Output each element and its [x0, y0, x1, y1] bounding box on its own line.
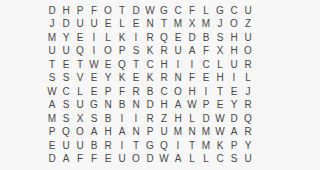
grid-cell-r11c9[interactable]: Q [157, 139, 171, 153]
grid-cell-r6c14[interactable]: I [227, 72, 241, 86]
grid-cell-r7c13[interactable]: T [213, 85, 227, 99]
grid-cell-r9c6[interactable]: I [115, 112, 129, 126]
grid-cell-r8c8[interactable]: D [143, 99, 157, 113]
grid-cell-r12c10[interactable]: A [171, 153, 185, 167]
grid-cell-r12c15[interactable]: U [241, 153, 255, 167]
grid-cell-r4c9[interactable]: R [157, 45, 171, 59]
grid-cell-r1c10[interactable]: C [171, 4, 185, 18]
grid-cell-r4c15[interactable]: O [241, 45, 255, 59]
grid-cell-r1c12[interactable]: L [199, 4, 213, 18]
grid-cell-r10c7[interactable]: N [129, 126, 143, 140]
grid-cell-r6c7[interactable]: E [129, 72, 143, 86]
grid-cell-r8c15[interactable]: R [241, 99, 255, 113]
grid-cell-r6c11[interactable]: F [185, 72, 199, 86]
grid-cell-r6c5[interactable]: Y [101, 72, 115, 86]
grid-cell-r1c15[interactable]: U [241, 4, 255, 18]
grid-cell-r2c12[interactable]: M [199, 18, 213, 32]
grid-cell-r12c9[interactable]: W [157, 153, 171, 167]
grid-cell-r8c2[interactable]: S [59, 99, 73, 113]
grid-cell-r10c14[interactable]: A [227, 126, 241, 140]
grid-cell-r4c5[interactable]: O [101, 45, 115, 59]
grid-cell-r7c12[interactable]: I [199, 85, 213, 99]
grid-cell-r6c2[interactable]: S [59, 72, 73, 86]
grid-cell-r12c7[interactable]: O [129, 153, 143, 167]
grid-cell-r2c7[interactable]: E [129, 18, 143, 32]
grid-cell-r7c1[interactable]: W [45, 85, 59, 99]
grid-cell-r2c5[interactable]: E [101, 18, 115, 32]
grid-cell-r7c9[interactable]: C [157, 85, 171, 99]
grid-cell-r4c13[interactable]: X [213, 45, 227, 59]
grid-cell-r6c1[interactable]: S [45, 72, 59, 86]
grid-cell-r10c9[interactable]: U [157, 126, 171, 140]
grid-cell-r10c1[interactable]: P [45, 126, 59, 140]
grid-cell-r5c11[interactable]: I [185, 58, 199, 72]
grid-cell-r5c7[interactable]: T [129, 58, 143, 72]
grid-cell-r8c7[interactable]: N [129, 99, 143, 113]
grid-cell-r8c13[interactable]: E [213, 99, 227, 113]
word-search-board: DHPFOTDWGCFLGCUJDUUELENTMXMJOZMYEILKIRQE… [45, 4, 255, 166]
grid-cell-r5c10[interactable]: I [171, 58, 185, 72]
grid-cell-r6c3[interactable]: V [73, 72, 87, 86]
grid-cell-r1c6[interactable]: T [115, 4, 129, 18]
grid-cell-r9c1[interactable]: M [45, 112, 59, 126]
grid-cell-r5c4[interactable]: W [87, 58, 101, 72]
grid-cell-r9c12[interactable]: D [199, 112, 213, 126]
grid-cell-r10c13[interactable]: W [213, 126, 227, 140]
grid-cell-r12c4[interactable]: F [87, 153, 101, 167]
grid-cell-r6c13[interactable]: H [213, 72, 227, 86]
grid-cell-r1c11[interactable]: F [185, 4, 199, 18]
grid-cell-r6c10[interactable]: N [171, 72, 185, 86]
grid-cell-r10c12[interactable]: M [199, 126, 213, 140]
grid-cell-r6c12[interactable]: E [199, 72, 213, 86]
grid-cell-r3c9[interactable]: Q [157, 31, 171, 45]
grid-cell-r11c6[interactable]: I [115, 139, 129, 153]
grid-cell-r7c2[interactable]: C [59, 85, 73, 99]
grid-cell-r4c10[interactable]: U [171, 45, 185, 59]
grid-cell-r3c7[interactable]: I [129, 31, 143, 45]
grid-cell-r12c11[interactable]: L [185, 153, 199, 167]
grid-cell-r4c11[interactable]: A [185, 45, 199, 59]
grid-cell-r2c6[interactable]: L [115, 18, 129, 32]
grid-cell-r8c1[interactable]: A [45, 99, 59, 113]
grid-cell-r2c11[interactable]: X [185, 18, 199, 32]
grid-cell-r4c6[interactable]: P [115, 45, 129, 59]
grid-cell-r5c13[interactable]: L [213, 58, 227, 72]
grid-cell-r5c6[interactable]: Q [115, 58, 129, 72]
grid-cell-r8c3[interactable]: U [73, 99, 87, 113]
grid-cell-r6c6[interactable]: K [115, 72, 129, 86]
grid-cell-r5c2[interactable]: E [59, 58, 73, 72]
grid-cell-r1c1[interactable]: D [45, 4, 59, 18]
grid-cell-r6c9[interactable]: R [157, 72, 171, 86]
grid-cell-r3c13[interactable]: S [213, 31, 227, 45]
grid-cell-r3c10[interactable]: E [171, 31, 185, 45]
grid-cell-r7c6[interactable]: F [115, 85, 129, 99]
grid-cell-r9c8[interactable]: R [143, 112, 157, 126]
grid-cell-r9c13[interactable]: W [213, 112, 227, 126]
grid-cell-r9c15[interactable]: Q [241, 112, 255, 126]
grid-cell-r2c9[interactable]: T [157, 18, 171, 32]
grid-cell-r10c5[interactable]: H [101, 126, 115, 140]
grid-cell-r2c15[interactable]: Z [241, 18, 255, 32]
grid-cell-r9c11[interactable]: L [185, 112, 199, 126]
grid-cell-r5c14[interactable]: U [227, 58, 241, 72]
grid-cell-r4c14[interactable]: H [227, 45, 241, 59]
grid-cell-r12c6[interactable]: U [115, 153, 129, 167]
grid-cell-r7c7[interactable]: R [129, 85, 143, 99]
grid-cell-r1c9[interactable]: G [157, 4, 171, 18]
grid-cell-r2c1[interactable]: J [45, 18, 59, 32]
grid-cell-r3c8[interactable]: R [143, 31, 157, 45]
grid-cell-r10c6[interactable]: A [115, 126, 129, 140]
grid-cell-r2c2[interactable]: D [59, 18, 73, 32]
grid-cell-r10c3[interactable]: O [73, 126, 87, 140]
grid-cell-r5c12[interactable]: C [199, 58, 213, 72]
grid-cell-r5c9[interactable]: H [157, 58, 171, 72]
grid-cell-r10c8[interactable]: P [143, 126, 157, 140]
grid-cell-r10c10[interactable]: M [171, 126, 185, 140]
grid-cell-r3c15[interactable]: U [241, 31, 255, 45]
grid-cell-r9c3[interactable]: X [73, 112, 87, 126]
grid-cell-r10c15[interactable]: R [241, 126, 255, 140]
grid-cell-r10c11[interactable]: N [185, 126, 199, 140]
grid-cell-r2c3[interactable]: U [73, 18, 87, 32]
grid-cell-r12c14[interactable]: S [227, 153, 241, 167]
grid-cell-r4c7[interactable]: S [129, 45, 143, 59]
grid-cell-r7c14[interactable]: E [227, 85, 241, 99]
grid-cell-r9c10[interactable]: H [171, 112, 185, 126]
grid-cell-r12c8[interactable]: D [143, 153, 157, 167]
grid-cell-r4c2[interactable]: U [59, 45, 73, 59]
grid-cell-r3c2[interactable]: Y [59, 31, 73, 45]
grid-cell-r7c11[interactable]: H [185, 85, 199, 99]
grid-cell-r1c7[interactable]: D [129, 4, 143, 18]
grid-cell-r11c3[interactable]: U [73, 139, 87, 153]
grid-cell-r2c14[interactable]: O [227, 18, 241, 32]
grid-cell-r8c6[interactable]: B [115, 99, 129, 113]
grid-cell-r6c4[interactable]: E [87, 72, 101, 86]
grid-cell-r1c8[interactable]: W [143, 4, 157, 18]
grid-cell-r8c10[interactable]: A [171, 99, 185, 113]
grid-cell-r4c12[interactable]: F [199, 45, 213, 59]
grid-cell-r11c11[interactable]: T [185, 139, 199, 153]
grid-cell-r4c4[interactable]: I [87, 45, 101, 59]
grid-cell-r3c4[interactable]: I [87, 31, 101, 45]
grid-cell-r6c15[interactable]: L [241, 72, 255, 86]
grid-cell-r3c11[interactable]: D [185, 31, 199, 45]
grid-cell-r9c9[interactable]: Z [157, 112, 171, 126]
grid-cell-r11c7[interactable]: T [129, 139, 143, 153]
grid-cell-r7c4[interactable]: E [87, 85, 101, 99]
grid-cell-r11c10[interactable]: I [171, 139, 185, 153]
grid-cell-r3c6[interactable]: K [115, 31, 129, 45]
grid-cell-r4c1[interactable]: U [45, 45, 59, 59]
grid-cell-r11c15[interactable]: Y [241, 139, 255, 153]
grid-cell-r5c3[interactable]: T [73, 58, 87, 72]
grid-cell-r7c5[interactable]: P [101, 85, 115, 99]
grid-cell-r8c12[interactable]: P [199, 99, 213, 113]
grid-cell-r1c5[interactable]: O [101, 4, 115, 18]
grid-cell-r5c5[interactable]: E [101, 58, 115, 72]
grid-cell-r4c3[interactable]: Q [73, 45, 87, 59]
grid-cell-r2c13[interactable]: J [213, 18, 227, 32]
grid-cell-r12c12[interactable]: L [199, 153, 213, 167]
grid-cell-r12c5[interactable]: E [101, 153, 115, 167]
grid-cell-r11c8[interactable]: G [143, 139, 157, 153]
grid-cell-r12c13[interactable]: C [213, 153, 227, 167]
grid-cell-r8c14[interactable]: Y [227, 99, 241, 113]
grid-cell-r12c3[interactable]: F [73, 153, 87, 167]
grid-cell-r11c12[interactable]: M [199, 139, 213, 153]
grid-cell-r11c13[interactable]: K [213, 139, 227, 153]
grid-cell-r4c8[interactable]: K [143, 45, 157, 59]
grid-cell-r5c15[interactable]: R [241, 58, 255, 72]
grid-cell-r3c14[interactable]: H [227, 31, 241, 45]
grid-cell-r8c9[interactable]: H [157, 99, 171, 113]
grid-cell-r9c4[interactable]: S [87, 112, 101, 126]
grid-cell-r11c1[interactable]: E [45, 139, 59, 153]
grid-cell-r5c1[interactable]: T [45, 58, 59, 72]
grid-cell-r9c7[interactable]: I [129, 112, 143, 126]
grid-cell-r11c14[interactable]: P [227, 139, 241, 153]
grid-cell-r1c13[interactable]: G [213, 4, 227, 18]
grid-cell-r7c15[interactable]: J [241, 85, 255, 99]
grid-cell-r8c4[interactable]: G [87, 99, 101, 113]
grid-cell-r1c4[interactable]: F [87, 4, 101, 18]
grid-cell-r8c5[interactable]: N [101, 99, 115, 113]
grid-cell-r3c12[interactable]: B [199, 31, 213, 45]
grid-cell-r1c2[interactable]: H [59, 4, 73, 18]
grid-cell-r6c8[interactable]: K [143, 72, 157, 86]
grid-cell-r3c3[interactable]: E [73, 31, 87, 45]
grid-cell-r7c10[interactable]: O [171, 85, 185, 99]
grid-cell-r2c10[interactable]: M [171, 18, 185, 32]
grid-cell-r3c1[interactable]: M [45, 31, 59, 45]
grid-cell-r10c4[interactable]: A [87, 126, 101, 140]
grid-cell-r2c4[interactable]: U [87, 18, 101, 32]
grid-cell-r5c8[interactable]: C [143, 58, 157, 72]
grid-cell-r7c3[interactable]: L [73, 85, 87, 99]
grid-cell-r1c14[interactable]: C [227, 4, 241, 18]
grid-cell-r12c2[interactable]: A [59, 153, 73, 167]
grid-cell-r3c5[interactable]: L [101, 31, 115, 45]
grid-cell-r8c11[interactable]: W [185, 99, 199, 113]
grid-cell-r9c5[interactable]: B [101, 112, 115, 126]
grid-cell-r11c5[interactable]: R [101, 139, 115, 153]
grid-cell-r9c2[interactable]: S [59, 112, 73, 126]
grid-cell-r11c2[interactable]: U [59, 139, 73, 153]
grid-cell-r10c2[interactable]: Q [59, 126, 73, 140]
grid-cell-r11c4[interactable]: B [87, 139, 101, 153]
grid-cell-r12c1[interactable]: D [45, 153, 59, 167]
grid-cell-r1c3[interactable]: P [73, 4, 87, 18]
grid-cell-r7c8[interactable]: B [143, 85, 157, 99]
grid-cell-r2c8[interactable]: N [143, 18, 157, 32]
grid-cell-r9c14[interactable]: D [227, 112, 241, 126]
